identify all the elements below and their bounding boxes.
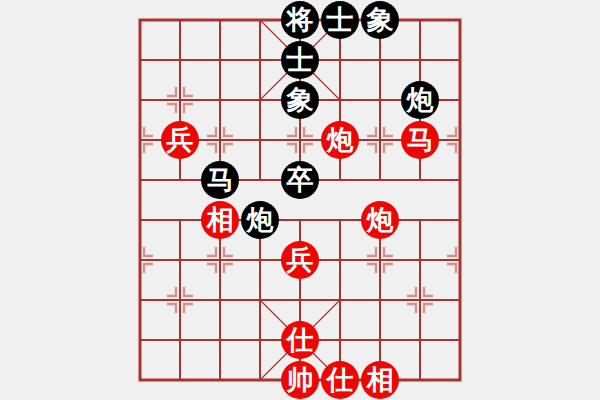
xiangqi-board-screenshot: 将士象士象炮兵炮马马卒相炮炮兵仕帅仕相 — [0, 0, 600, 400]
piece-black-cannon[interactable]: 炮 — [401, 81, 439, 119]
piece-black-horse[interactable]: 马 — [201, 161, 239, 199]
piece-black-advisor[interactable]: 士 — [281, 41, 319, 79]
piece-red-soldier[interactable]: 兵 — [281, 241, 319, 279]
piece-red-advisor[interactable]: 仕 — [281, 321, 319, 359]
piece-red-general[interactable]: 帅 — [281, 361, 319, 399]
piece-black-elephant[interactable]: 象 — [281, 81, 319, 119]
piece-red-advisor[interactable]: 仕 — [321, 361, 359, 399]
pieces-layer[interactable]: 将士象士象炮兵炮马马卒相炮炮兵仕帅仕相 — [120, 0, 480, 400]
piece-red-elephant[interactable]: 相 — [361, 361, 399, 399]
piece-black-advisor[interactable]: 士 — [321, 1, 359, 39]
piece-red-cannon[interactable]: 炮 — [321, 121, 359, 159]
piece-black-general[interactable]: 将 — [281, 1, 319, 39]
piece-black-elephant[interactable]: 象 — [361, 1, 399, 39]
piece-red-elephant[interactable]: 相 — [201, 201, 239, 239]
piece-red-soldier[interactable]: 兵 — [161, 121, 199, 159]
piece-black-cannon[interactable]: 炮 — [241, 201, 279, 239]
piece-red-cannon[interactable]: 炮 — [361, 201, 399, 239]
piece-black-soldier[interactable]: 卒 — [281, 161, 319, 199]
piece-red-horse[interactable]: 马 — [401, 121, 439, 159]
